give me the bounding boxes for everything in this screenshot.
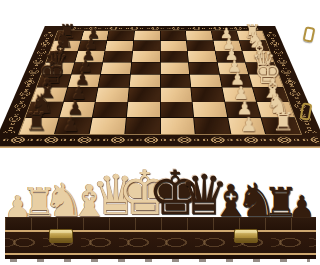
brass-latch-icon — [49, 229, 73, 243]
square-h7: ♟ — [55, 118, 93, 135]
square-c6 — [103, 51, 132, 62]
box-front-carving — [5, 232, 316, 253]
square-f6 — [96, 88, 129, 102]
chess-set-photo: ♜♟♟♜♞♟♟♞♝♟♟♝♛♟♟♛♚♟♟♚♝♟♟♝♞♟♟♞♜♟♟♜ ♟♜♞♝♛♚♚… — [0, 0, 320, 265]
square-a4 — [160, 31, 186, 40]
square-e3 — [190, 75, 221, 88]
square-a3 — [186, 31, 213, 40]
ornament-strip-bottom — [0, 136, 320, 145]
square-g3 — [193, 102, 227, 117]
square-h1: ♜ — [262, 118, 301, 135]
square-b4 — [160, 41, 187, 51]
square-h5 — [125, 118, 159, 135]
square-h8: ♜ — [19, 118, 58, 135]
square-g4 — [160, 102, 193, 117]
square-f4 — [160, 88, 191, 102]
square-b6 — [105, 41, 133, 51]
closed-box-scene: ♟♜♞♝♛♚♚♛♝♞♜♟ — [0, 152, 320, 265]
square-c4 — [160, 51, 188, 62]
square-a5 — [134, 31, 160, 40]
display-pieces-row: ♟♜♞♝♛♚♚♛♝♞♜♟ — [9, 165, 311, 221]
square-e5 — [130, 75, 160, 88]
open-board-scene: ♜♟♟♜♞♟♟♞♝♟♟♝♛♟♟♛♚♟♟♚♝♟♟♝♞♟♟♞♜♟♟♜ — [0, 0, 320, 152]
square-h3 — [194, 118, 230, 135]
square-d5 — [131, 62, 160, 74]
white-rook: ♜ — [272, 110, 294, 134]
black-rook: ♜ — [25, 110, 47, 134]
square-e6 — [99, 75, 130, 88]
chess-box — [5, 217, 316, 259]
box-shadow — [10, 259, 310, 262]
square-g5 — [127, 102, 160, 117]
brass-latch-icon — [234, 229, 258, 243]
square-g6 — [93, 102, 127, 117]
square-e4 — [160, 75, 190, 88]
chess-board: ♜♟♟♜♞♟♟♞♝♟♟♝♛♟♟♛♚♟♟♚♝♟♟♝♞♟♟♞♜♟♟♜ — [0, 26, 320, 148]
black-pawn: ♟ — [63, 116, 80, 134]
square-f3 — [191, 88, 224, 102]
square-d6 — [101, 62, 131, 74]
square-b5 — [133, 41, 160, 51]
square-d3 — [189, 62, 219, 74]
square-c3 — [188, 51, 217, 62]
white-pawn: ♟ — [240, 116, 257, 134]
square-c5 — [132, 51, 160, 62]
square-b3 — [187, 41, 215, 51]
square-h4 — [160, 118, 194, 135]
clasp-hook-icon — [303, 26, 316, 43]
square-f5 — [128, 88, 159, 102]
square-d4 — [160, 62, 189, 74]
square-h6 — [90, 118, 126, 135]
board-grid: ♜♟♟♜♞♟♟♞♝♟♟♝♛♟♟♛♚♟♟♚♝♟♟♝♞♟♟♞♜♟♟♜ — [19, 31, 301, 134]
square-h2: ♟ — [228, 118, 266, 135]
square-a6 — [107, 31, 134, 40]
